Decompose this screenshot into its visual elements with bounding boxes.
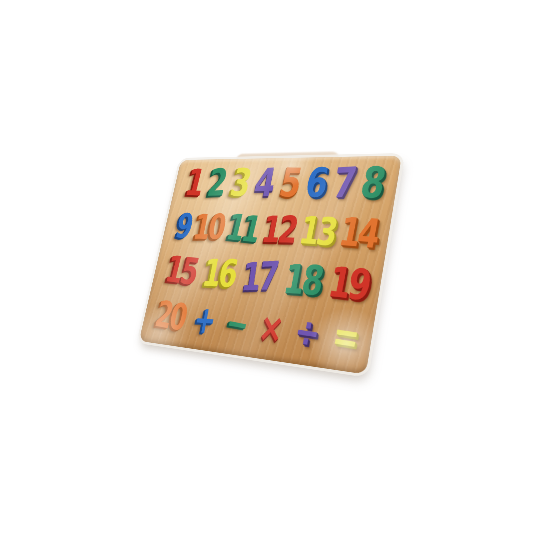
piece-8[interactable]: 8 xyxy=(357,161,389,205)
piece-17[interactable]: 17 xyxy=(239,257,279,297)
board-row-1: 12345678 xyxy=(184,167,389,198)
piece-11[interactable]: 11 xyxy=(223,209,262,248)
piece-plus[interactable]: + xyxy=(191,301,219,340)
piece-16[interactable]: 16 xyxy=(199,255,238,293)
piece-6[interactable]: 6 xyxy=(302,162,332,203)
puzzle-board-grid: 1234567891011121314151617181920+−×÷= xyxy=(139,156,402,375)
piece-3[interactable]: 3 xyxy=(227,163,255,202)
board-row-4: 20+−×÷= xyxy=(153,301,361,354)
piece-10[interactable]: 10 xyxy=(191,210,227,245)
product-photo: 1234567891011121314151617181920+−×÷= xyxy=(0,0,560,560)
piece-5[interactable]: 5 xyxy=(276,163,305,203)
puzzle-board: 1234567891011121314151617181920+−×÷= xyxy=(139,156,402,375)
piece-14[interactable]: 14 xyxy=(336,212,381,254)
piece-minus[interactable]: − xyxy=(222,303,253,345)
piece-2[interactable]: 2 xyxy=(205,163,231,201)
piece-4[interactable]: 4 xyxy=(252,163,280,202)
piece-15[interactable]: 15 xyxy=(162,251,200,291)
piece-20[interactable]: 20 xyxy=(152,296,189,336)
piece-divide[interactable]: ÷ xyxy=(291,311,324,355)
piece-13[interactable]: 13 xyxy=(296,212,338,252)
board-surface: 1234567891011121314151617181920+−×÷= xyxy=(139,156,402,375)
board-row-2: 91011121314 xyxy=(174,214,380,248)
piece-7[interactable]: 7 xyxy=(330,161,359,203)
piece-multiply[interactable]: × xyxy=(256,308,287,350)
board-row-3: 1516171819 xyxy=(164,257,371,301)
piece-18[interactable]: 18 xyxy=(281,259,325,301)
piece-19[interactable]: 19 xyxy=(325,261,372,307)
piece-12[interactable]: 12 xyxy=(259,212,299,249)
piece-equals[interactable]: = xyxy=(329,315,363,361)
